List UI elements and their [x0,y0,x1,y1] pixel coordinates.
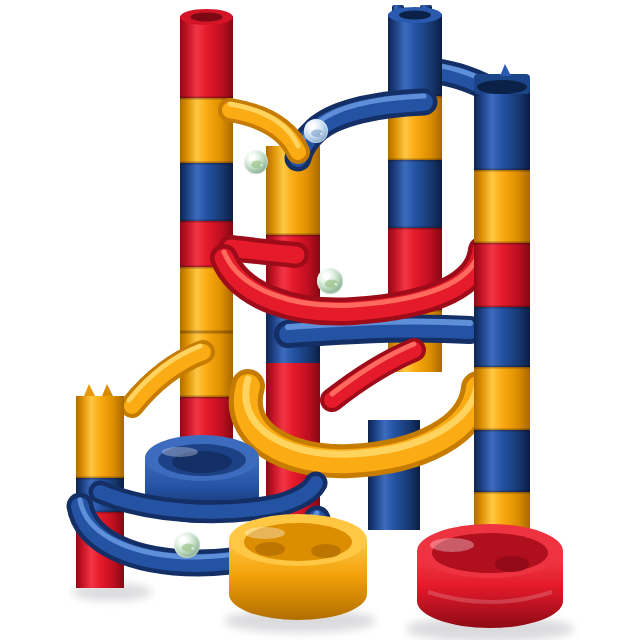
yellow-bowl-dimple [311,544,341,558]
marble-specular [309,123,316,130]
right-front-tower-segment-blue [474,90,530,170]
marble-run-photo: Plastic marble run construction toy: sta… [0,0,640,640]
marble-run-scene: Plastic marble run construction toy: sta… [0,0,640,640]
marble-specular-small [260,164,263,167]
marble-specular-small [191,547,194,550]
right-front-tower-segment-yellow [474,367,530,430]
segment-seam [388,227,442,230]
segment-seam [474,169,530,172]
marble-specular-small [320,133,323,136]
segment-seam [266,234,320,237]
tube-opening [399,11,431,20]
right-back-tube-segment-blue [388,160,442,228]
red-bowl-dimple [495,556,529,572]
segment-seam [474,429,530,432]
marble-specular [179,536,186,543]
marble-specular [322,272,329,279]
segment-seam [180,220,233,223]
right-front-tower-segment-red [474,243,530,307]
segment-seam [474,242,530,245]
segment-seam [180,162,233,165]
left-tower-cap [180,9,233,25]
right-front-tower-segment-yellow [474,170,530,243]
segment-seam [474,366,530,369]
segment-seam [76,477,124,480]
marble [174,532,200,558]
tube-opening [477,80,527,94]
blue-mid-channel-body [288,328,470,334]
marble-specular [249,154,256,161]
segment-seam [474,491,530,494]
right-front-tower-segment-blue [474,307,530,367]
tube-opening [191,12,223,21]
red-ring-back-body [231,248,296,255]
marble-specular-small [334,283,337,286]
segment-seam [180,331,233,334]
segment-seam [388,159,442,162]
marble [317,268,343,294]
segment-seam [474,306,530,309]
blue-bowl-gloss [162,447,198,457]
red-bowl [417,524,563,628]
yellow-bowl-gloss [245,527,285,539]
right-front-tower-segment-blue [474,430,530,492]
left-front-tube-segment-yellow [76,396,124,478]
red-bowl-gloss [430,538,474,552]
segment-seam [180,396,233,399]
right-front-tower [474,90,530,540]
yellow-bowl-dimple [255,542,285,556]
left-tower-segment-red [180,16,233,98]
segment-seam [180,97,233,100]
left-tower-segment-blue [180,163,233,221]
marble [244,150,268,174]
marble [304,119,328,143]
yellow-bowl [229,514,367,620]
right-back-tube-segment-blue [388,14,442,96]
